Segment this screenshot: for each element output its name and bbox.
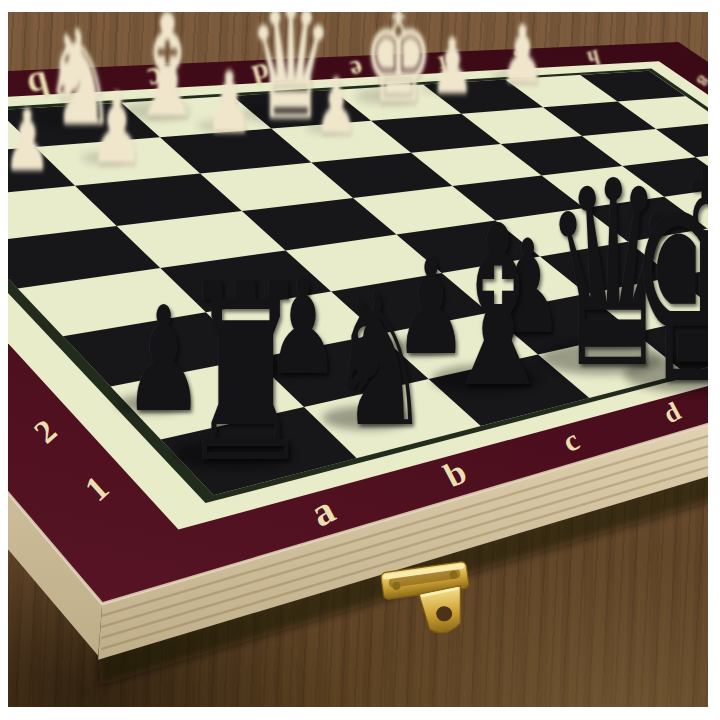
photo-page: abcdefgh12345678abcdefgh12345678 ♟♟♚♝♛♞♟… [0,0,720,720]
chess-piece-white-queen-d8: ♛ [243,12,340,143]
chess-piece-black-pawn-b2: ♟ [262,261,344,393]
chess-piece-black-knight-b1: ♞ [322,268,437,453]
chess-piece-white-pawn-c7: ♟ [203,61,255,146]
chess-piece-white-knight-b8: ♞ [39,12,121,144]
chess-piece-black-pawn-c2: ♟ [390,241,472,373]
chess-piece-black-king-e1: ♚ [616,134,708,424]
chess-piece-white-pawn-e7: ♟ [428,29,475,106]
chess-piece-white-bishop-c8: ♝ [123,12,211,139]
chess-piece-white-pawn-b7: ♟ [87,81,148,179]
chess-piece-black-queen-d1: ♛ [534,147,693,403]
chess-piece-white-king-e8: ♚ [359,12,438,122]
chess-piece-white-pawn-d7: ♟ [312,69,359,146]
chess-piece-black-pawn-d2: ♟ [488,223,568,352]
chess-piece-white-pawn-f7: ♟ [498,15,547,94]
table-surface: abcdefgh12345678abcdefgh12345678 ♟♟♚♝♛♞♟… [8,12,708,707]
chess-set-photo: abcdefgh12345678abcdefgh12345678 ♟♟♚♝♛♞♟… [8,12,708,707]
chess-piece-black-bishop-c1: ♝ [429,197,567,419]
chess-piece-black-rook-a1: ♜ [170,252,322,498]
chess-piece-white-pawn-a7: ♟ [8,99,53,184]
pieces-layer: ♟♟♚♝♛♞♟♟♟♟♟♟♛♟♚♝♟♞♜ [8,12,708,707]
chess-piece-black-pawn-a2: ♟ [119,287,209,432]
